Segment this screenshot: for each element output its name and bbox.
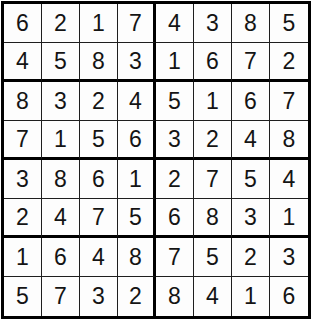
cell-r4c4[interactable]: 6 [118,121,156,160]
cell-r7c7[interactable]: 2 [232,238,270,277]
sudoku-board: 6217438545831672832451677156324838612754… [1,1,311,319]
cell-r4c7[interactable]: 4 [232,121,270,160]
cell-r6c2[interactable]: 4 [42,199,80,238]
cell-r1c1[interactable]: 6 [4,4,42,43]
cell-r7c5[interactable]: 7 [156,238,194,277]
cell-r3c6[interactable]: 1 [194,82,232,121]
cell-r7c3[interactable]: 4 [80,238,118,277]
cell-r6c5[interactable]: 6 [156,199,194,238]
cell-r2c7[interactable]: 7 [232,43,270,82]
cell-r5c4[interactable]: 1 [118,160,156,199]
cell-r1c2[interactable]: 2 [42,4,80,43]
cell-r8c6[interactable]: 4 [194,277,232,316]
cell-r6c7[interactable]: 3 [232,199,270,238]
cell-r2c4[interactable]: 3 [118,43,156,82]
cell-r5c2[interactable]: 8 [42,160,80,199]
cell-r5c6[interactable]: 7 [194,160,232,199]
cell-r3c3[interactable]: 2 [80,82,118,121]
cell-r5c5[interactable]: 2 [156,160,194,199]
cell-r4c5[interactable]: 3 [156,121,194,160]
cell-r7c8[interactable]: 3 [270,238,308,277]
cell-r2c5[interactable]: 1 [156,43,194,82]
cell-r1c6[interactable]: 3 [194,4,232,43]
cell-r7c6[interactable]: 5 [194,238,232,277]
cell-r8c1[interactable]: 5 [4,277,42,316]
cell-r3c4[interactable]: 4 [118,82,156,121]
cell-r8c2[interactable]: 7 [42,277,80,316]
cell-r4c8[interactable]: 8 [270,121,308,160]
cell-r3c5[interactable]: 5 [156,82,194,121]
cell-r8c4[interactable]: 2 [118,277,156,316]
cell-r5c3[interactable]: 6 [80,160,118,199]
cell-r6c3[interactable]: 7 [80,199,118,238]
cell-r7c1[interactable]: 1 [4,238,42,277]
cell-r6c8[interactable]: 1 [270,199,308,238]
cell-r5c8[interactable]: 4 [270,160,308,199]
cell-r3c7[interactable]: 6 [232,82,270,121]
cell-r8c3[interactable]: 3 [80,277,118,316]
cell-r8c8[interactable]: 6 [270,277,308,316]
cell-r1c4[interactable]: 7 [118,4,156,43]
cell-r5c7[interactable]: 5 [232,160,270,199]
cell-r6c6[interactable]: 8 [194,199,232,238]
cell-r8c5[interactable]: 8 [156,277,194,316]
sudoku-page: 6217438545831672832451677156324838612754… [0,0,312,320]
cell-r7c2[interactable]: 6 [42,238,80,277]
cell-r4c2[interactable]: 1 [42,121,80,160]
cell-r1c3[interactable]: 1 [80,4,118,43]
cell-r4c3[interactable]: 5 [80,121,118,160]
cell-r3c8[interactable]: 7 [270,82,308,121]
cell-r2c1[interactable]: 4 [4,43,42,82]
cell-r1c8[interactable]: 5 [270,4,308,43]
cell-r3c1[interactable]: 8 [4,82,42,121]
cell-r6c1[interactable]: 2 [4,199,42,238]
cell-r4c1[interactable]: 7 [4,121,42,160]
cell-r2c6[interactable]: 6 [194,43,232,82]
cell-r3c2[interactable]: 3 [42,82,80,121]
cell-r5c1[interactable]: 3 [4,160,42,199]
cell-r1c5[interactable]: 4 [156,4,194,43]
cell-r6c4[interactable]: 5 [118,199,156,238]
cell-r2c3[interactable]: 8 [80,43,118,82]
cell-r4c6[interactable]: 2 [194,121,232,160]
cell-r7c4[interactable]: 8 [118,238,156,277]
cell-r2c2[interactable]: 5 [42,43,80,82]
cell-r2c8[interactable]: 2 [270,43,308,82]
cell-r1c7[interactable]: 8 [232,4,270,43]
cell-r8c7[interactable]: 1 [232,277,270,316]
